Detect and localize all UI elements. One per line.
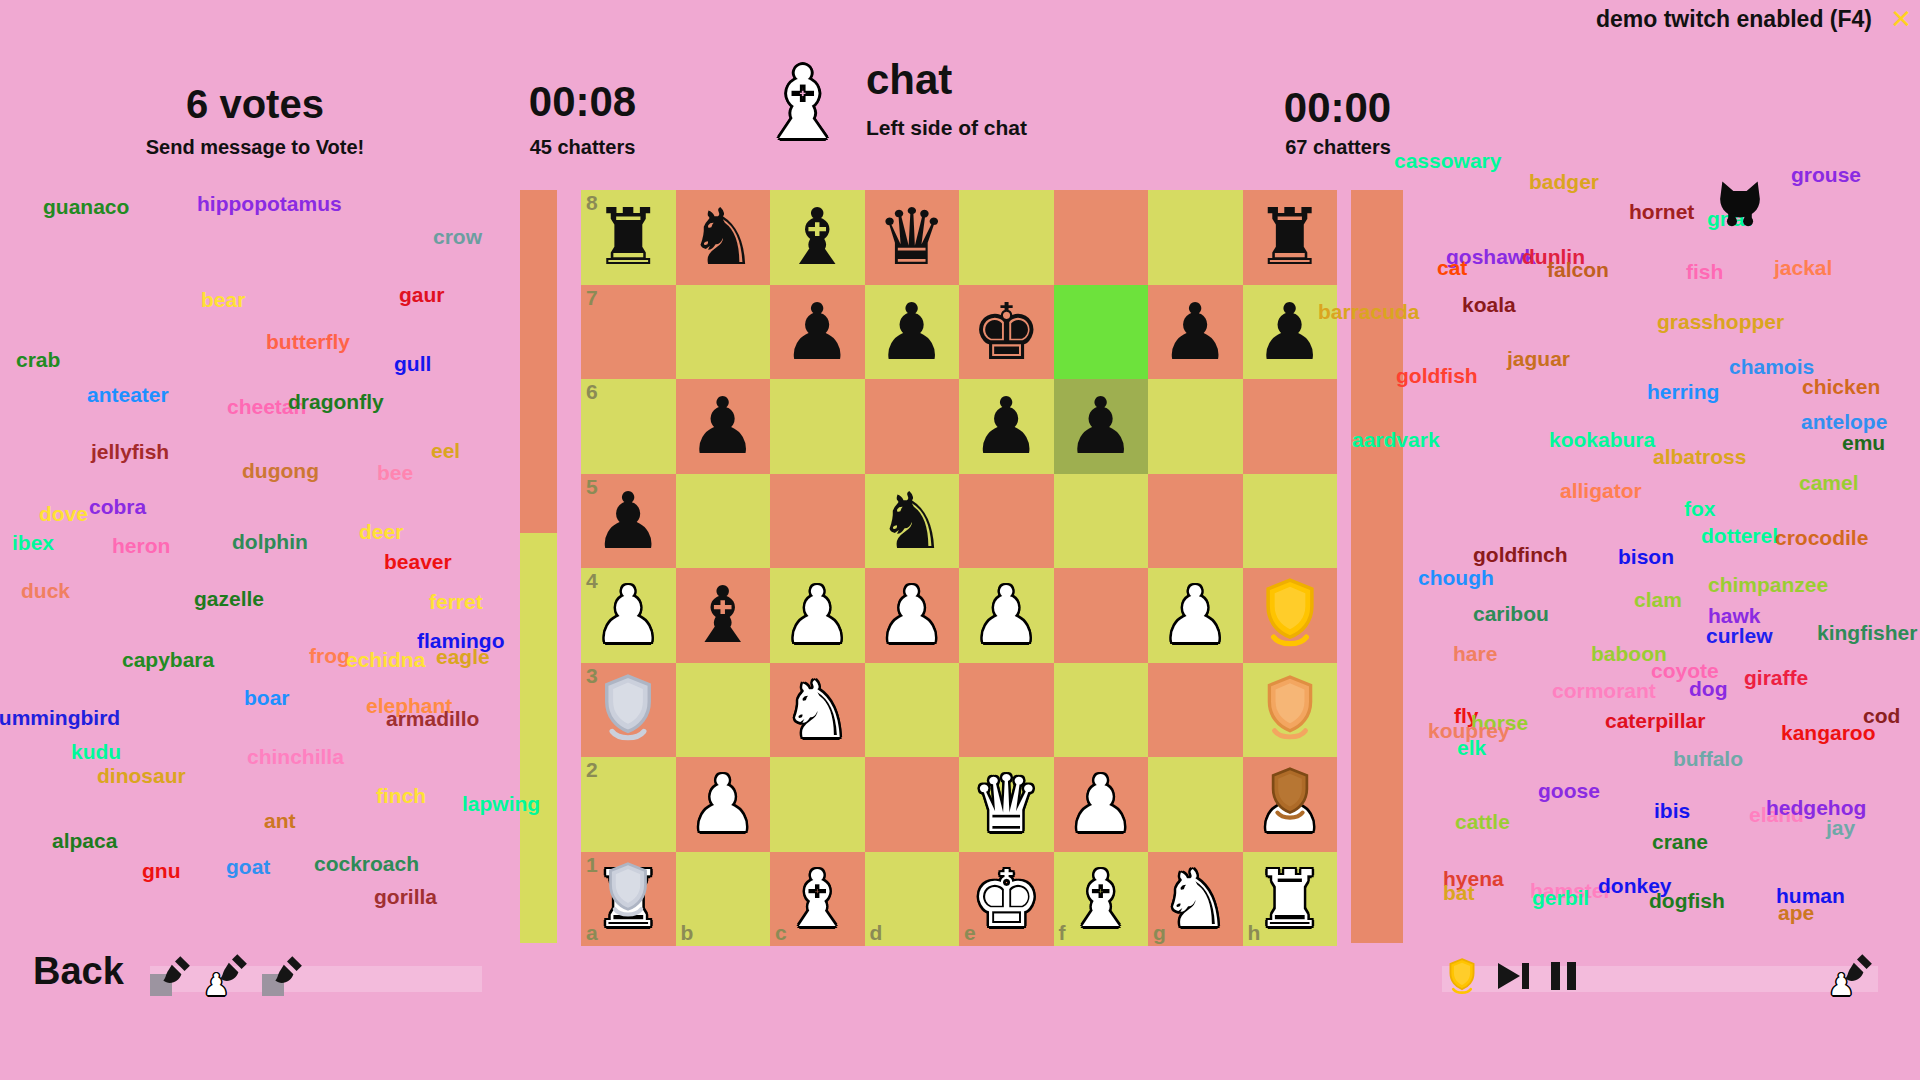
brush-icon xyxy=(1840,952,1874,986)
white-king[interactable]: ♚ xyxy=(959,852,1054,947)
board-theme-brush-button[interactable] xyxy=(150,956,190,996)
black-pawn[interactable]: ♟ xyxy=(676,379,771,474)
chatter-right-jay: jay xyxy=(1826,816,1855,840)
square-a6[interactable]: 6 xyxy=(581,379,676,474)
square-d1[interactable]: d xyxy=(865,852,960,947)
square-g1[interactable]: g♞ xyxy=(1148,852,1243,947)
vote-bar-empty-segment xyxy=(520,533,557,943)
square-h3[interactable] xyxy=(1243,663,1338,758)
chatter-right-caribou: caribou xyxy=(1473,602,1549,626)
square-h5[interactable] xyxy=(1243,474,1338,569)
chatter-left-flamingo: flamingo xyxy=(417,629,505,653)
chatter-right-alligator: alligator xyxy=(1560,479,1642,503)
square-b4[interactable]: ♝ xyxy=(676,568,771,663)
chatter-right-kangaroo: kangaroo xyxy=(1781,721,1876,745)
chatter-right-giraffe: giraffe xyxy=(1744,666,1808,690)
white-pawn[interactable]: ♟ xyxy=(581,568,676,663)
square-a4[interactable]: 4♟ xyxy=(581,568,676,663)
square-e6[interactable]: ♟ xyxy=(959,379,1054,474)
chatter-left-bee: bee xyxy=(377,461,413,485)
chatter-right-bison: bison xyxy=(1618,545,1674,569)
chatter-left-boar: boar xyxy=(244,686,290,710)
chatter-right-chicken: chicken xyxy=(1802,375,1880,399)
chatter-left-gorilla: gorilla xyxy=(374,885,437,909)
white-knight[interactable]: ♞ xyxy=(1148,852,1243,947)
chatter-right-fish: fish xyxy=(1686,260,1723,284)
skip-icon xyxy=(1496,960,1530,992)
chatter-right-elk: elk xyxy=(1457,736,1486,760)
chatter-right-gerbil: gerbil xyxy=(1532,886,1589,910)
skip-move-button[interactable] xyxy=(1496,960,1530,996)
black-bishop[interactable]: ♝ xyxy=(770,190,865,285)
chatter-right-chimpanzee: chimpanzee xyxy=(1708,573,1828,597)
square-a7[interactable]: 7 xyxy=(581,285,676,380)
chat-piece-theme-brush-button[interactable]: ♟ xyxy=(1830,956,1870,996)
square-c6[interactable] xyxy=(770,379,865,474)
square-c8[interactable]: ♝ xyxy=(770,190,865,285)
chatter-right-badger: badger xyxy=(1529,170,1599,194)
chatter-right-emu: emu xyxy=(1842,431,1885,455)
shield-bronze-icon xyxy=(1267,767,1313,821)
file-label-d: d xyxy=(870,921,883,945)
chatter-right-dotterel: dotterel xyxy=(1701,524,1778,548)
white-pawn[interactable]: ♟ xyxy=(676,757,771,852)
black-pawn[interactable]: ♟ xyxy=(1054,379,1149,474)
chatter-left-ant: ant xyxy=(264,809,296,833)
vote-progress-bar-left xyxy=(520,190,557,943)
chatter-right-goldfinch: goldfinch xyxy=(1473,543,1567,567)
white-bishop[interactable]: ♝ xyxy=(1054,852,1149,947)
chatter-left-alpaca: alpaca xyxy=(52,829,117,853)
brush-icon xyxy=(270,954,304,988)
square-e1[interactable]: e♚ xyxy=(959,852,1054,947)
white-clock: 00:08 xyxy=(510,78,655,126)
square-b1[interactable]: b xyxy=(676,852,771,947)
chatter-right-fox: fox xyxy=(1684,497,1716,521)
pause-button[interactable] xyxy=(1549,960,1579,996)
chatter-left-gnu: gnu xyxy=(142,859,180,883)
chatter-left-anteater: anteater xyxy=(87,383,169,407)
square-e4[interactable]: ♟ xyxy=(959,568,1054,663)
square-e2[interactable]: ♛ xyxy=(959,757,1054,852)
square-g7[interactable]: ♟ xyxy=(1148,285,1243,380)
square-d8[interactable]: ♛ xyxy=(865,190,960,285)
shield-gold-icon xyxy=(1446,958,1478,995)
chat-player-subtitle: Left side of chat xyxy=(866,116,1027,140)
square-g6[interactable] xyxy=(1148,379,1243,474)
black-knight[interactable]: ♞ xyxy=(676,190,771,285)
square-c1[interactable]: c♝ xyxy=(770,852,865,947)
white-pawn[interactable]: ♟ xyxy=(959,568,1054,663)
chatter-left-dugong: dugong xyxy=(242,459,319,483)
chatter-right-dogfish: dogfish xyxy=(1649,889,1725,913)
twitch-chess-app: demo twitch enabled (F4) ✕ 6 votes Send … xyxy=(0,0,1920,1080)
chatter-right-albatross: albatross xyxy=(1653,445,1746,469)
black-king[interactable]: ♚ xyxy=(959,285,1054,380)
vote-bar-filled-segment xyxy=(520,190,557,533)
square-e5[interactable] xyxy=(959,474,1054,569)
chatter-right-barracuda: barracuda xyxy=(1318,300,1420,324)
chatter-right-grasshopper: grasshopper xyxy=(1657,310,1784,334)
chatter-left-duck: duck xyxy=(21,579,70,603)
chatter-left-cockroach: cockroach xyxy=(314,852,419,876)
back-button[interactable]: Back xyxy=(33,950,124,993)
white-bishop-icon: ♝ xyxy=(758,48,848,158)
piece-theme-brush-button[interactable]: ♟ xyxy=(205,956,245,996)
black-clock: 00:00 xyxy=(1265,84,1410,132)
pause-icon xyxy=(1549,960,1579,992)
chatter-left-capybara: capybara xyxy=(122,648,214,672)
square-a1[interactable]: 1a♜ xyxy=(581,852,676,947)
chatter-left-crab: crab xyxy=(16,348,60,372)
square-c4[interactable]: ♟ xyxy=(770,568,865,663)
chatter-left-gaur: gaur xyxy=(399,283,445,307)
chatter-left-heron: heron xyxy=(112,534,170,558)
theme-toolbar-left xyxy=(150,966,482,992)
chatter-right-hare: hare xyxy=(1453,642,1497,666)
shield-silver-icon xyxy=(604,862,652,918)
square-c7[interactable]: ♟ xyxy=(770,285,865,380)
square-f3[interactable] xyxy=(1054,663,1149,758)
square-f1[interactable]: f♝ xyxy=(1054,852,1149,947)
chatter-right-kingfisher: kingfisher xyxy=(1817,621,1917,645)
chatter-left-gazelle: gazelle xyxy=(194,587,264,611)
square-a2[interactable]: 2 xyxy=(581,757,676,852)
chatter-left-deer: deer xyxy=(359,520,403,544)
rank-label-6: 6 xyxy=(586,380,598,404)
shield-silver-icon xyxy=(599,674,657,742)
square-h4[interactable] xyxy=(1243,568,1338,663)
chatter-left-hippopotamus: hippopotamus xyxy=(197,192,342,216)
chatter-right-jackal: jackal xyxy=(1774,256,1832,280)
square-f2[interactable]: ♟ xyxy=(1054,757,1149,852)
black-pawn[interactable]: ♟ xyxy=(865,285,960,380)
powerup-toggle-button[interactable] xyxy=(1446,958,1478,999)
close-icon[interactable]: ✕ xyxy=(1890,4,1912,35)
square-e8[interactable] xyxy=(959,190,1054,285)
chatter-left-dragonfly: dragonfly xyxy=(288,390,384,414)
square-c2[interactable] xyxy=(770,757,865,852)
chatter-left-goat: goat xyxy=(226,855,270,879)
chatter-right-hornet: hornet xyxy=(1629,200,1694,224)
black-pawn[interactable]: ♟ xyxy=(581,474,676,569)
chatter-right-ape: ape xyxy=(1778,901,1814,925)
white-chatters-count: 45 chatters xyxy=(500,136,665,159)
black-queen[interactable]: ♛ xyxy=(865,190,960,285)
square-g4[interactable]: ♟ xyxy=(1148,568,1243,663)
chatter-left-cobra: cobra xyxy=(89,495,146,519)
square-f5[interactable] xyxy=(1054,474,1149,569)
white-knight[interactable]: ♞ xyxy=(770,663,865,758)
demo-twitch-label: demo twitch enabled (F4) xyxy=(1596,6,1872,33)
chat-player-title: chat xyxy=(866,56,952,104)
black-pawn[interactable]: ♟ xyxy=(770,285,865,380)
square-h1[interactable]: h♜ xyxy=(1243,852,1338,947)
chatter-left-finch: finch xyxy=(376,784,426,808)
rank-label-7: 7 xyxy=(586,286,598,310)
square-d4[interactable]: ♟ xyxy=(865,568,960,663)
white-rook[interactable]: ♜ xyxy=(1243,852,1338,947)
chatter-left-hummingbird: hummingbird xyxy=(0,706,120,730)
square-h7[interactable]: ♟ xyxy=(1243,285,1338,380)
highlight-theme-brush-button[interactable] xyxy=(262,956,302,996)
rank-label-3: 3 xyxy=(586,664,598,688)
square-g8[interactable] xyxy=(1148,190,1243,285)
chatter-right-herring: herring xyxy=(1647,380,1719,404)
white-pawn[interactable]: ♟ xyxy=(865,568,960,663)
votes-subtitle: Send message to Vote! xyxy=(95,136,415,159)
black-rook[interactable]: ♜ xyxy=(581,190,676,285)
chatter-right-koala: koala xyxy=(1462,293,1516,317)
square-e7[interactable]: ♚ xyxy=(959,285,1054,380)
square-d5[interactable]: ♞ xyxy=(865,474,960,569)
chatter-left-frog: frog xyxy=(309,644,350,668)
chatter-right-dog: dog xyxy=(1689,677,1727,701)
square-a8[interactable]: 8♜ xyxy=(581,190,676,285)
votes-count: 6 votes xyxy=(110,82,400,127)
brush-icon xyxy=(215,952,249,986)
square-e3[interactable] xyxy=(959,663,1054,758)
square-g5[interactable] xyxy=(1148,474,1243,569)
chatter-left-lapwing: lapwing xyxy=(462,792,540,816)
chatter-right-falcon: falcon xyxy=(1547,258,1609,282)
chatter-right-cat: cat xyxy=(1437,256,1467,280)
chatter-left-kudu: kudu xyxy=(71,740,121,764)
black-knight[interactable]: ♞ xyxy=(865,474,960,569)
chatter-right-grouse: grouse xyxy=(1791,163,1861,187)
square-b7[interactable] xyxy=(676,285,771,380)
chatter-right-kookabura: kookabura xyxy=(1549,428,1655,452)
black-rook[interactable]: ♜ xyxy=(1243,190,1338,285)
chatter-left-eel: eel xyxy=(431,439,460,463)
square-d2[interactable] xyxy=(865,757,960,852)
square-g2[interactable] xyxy=(1148,757,1243,852)
square-d3[interactable] xyxy=(865,663,960,758)
square-b8[interactable]: ♞ xyxy=(676,190,771,285)
square-f8[interactable] xyxy=(1054,190,1149,285)
chatter-left-gull: gull xyxy=(394,352,431,376)
square-b6[interactable]: ♟ xyxy=(676,379,771,474)
white-bishop[interactable]: ♝ xyxy=(770,852,865,947)
chatter-right-curlew: curlew xyxy=(1706,624,1773,648)
shield-orange-icon xyxy=(1262,675,1318,741)
white-pawn[interactable]: ♟ xyxy=(1148,568,1243,663)
square-d7[interactable]: ♟ xyxy=(865,285,960,380)
chatter-right-clam: clam xyxy=(1634,588,1682,612)
chatter-left-dinosaur: dinosaur xyxy=(97,764,186,788)
chatter-left-ferret: ferret xyxy=(429,590,483,614)
square-a5[interactable]: 5♟ xyxy=(581,474,676,569)
chatter-left-ibex: ibex xyxy=(12,531,54,555)
chatter-right-caterpillar: caterpillar xyxy=(1605,709,1705,733)
chatter-left-crow: crow xyxy=(433,225,482,249)
square-c5[interactable] xyxy=(770,474,865,569)
square-h8[interactable]: ♜ xyxy=(1243,190,1338,285)
chatter-right-cattle: cattle xyxy=(1455,810,1510,834)
chatter-left-dove: dove xyxy=(39,502,88,526)
white-pawn[interactable]: ♟ xyxy=(1054,757,1149,852)
chatter-right-goose: goose xyxy=(1538,779,1600,803)
chatter-right-goldfish: goldfish xyxy=(1396,364,1478,388)
chatter-left-echidna: echidna xyxy=(346,648,425,672)
square-b2[interactable]: ♟ xyxy=(676,757,771,852)
square-f4[interactable] xyxy=(1054,568,1149,663)
square-a3[interactable]: 3 xyxy=(581,663,676,758)
chatter-right-buffalo: buffalo xyxy=(1673,747,1743,771)
square-f7[interactable] xyxy=(1054,285,1149,380)
square-d6[interactable] xyxy=(865,379,960,474)
square-c3[interactable]: ♞ xyxy=(770,663,865,758)
chatter-right-camel: camel xyxy=(1799,471,1859,495)
black-bishop[interactable]: ♝ xyxy=(676,568,771,663)
chatter-left-guanaco: guanaco xyxy=(43,195,129,219)
square-f6[interactable]: ♟ xyxy=(1054,379,1149,474)
square-h2[interactable]: ♟ xyxy=(1243,757,1338,852)
chatter-right-cassowary: cassowary xyxy=(1394,149,1501,173)
chatter-right-cormorant: cormorant xyxy=(1552,679,1656,703)
chatter-left-beaver: beaver xyxy=(384,550,452,574)
black-pawn[interactable]: ♟ xyxy=(1243,285,1338,380)
white-pawn[interactable]: ♟ xyxy=(770,568,865,663)
square-g3[interactable] xyxy=(1148,663,1243,758)
black-pawn[interactable]: ♟ xyxy=(959,379,1054,474)
chatter-right-ibis: ibis xyxy=(1654,799,1690,823)
chatter-right-crane: crane xyxy=(1652,830,1708,854)
chatter-right-bat: bat xyxy=(1443,881,1475,905)
chatter-right-crocodile: crocodile xyxy=(1775,526,1868,550)
chatter-left-jellyfish: jellyfish xyxy=(91,440,169,464)
brush-icon xyxy=(158,954,192,988)
chess-board[interactable]: 8♜♞♝♛♜7♟♟♚♟♟6♟♟♟5♟♞4♟♝♟♟♟♟ 3 ♞ 2♟♛♟♟ 1a♜… xyxy=(581,190,1337,946)
chatter-right-jaguar: jaguar xyxy=(1507,347,1570,371)
chatter-left-armadillo: armadillo xyxy=(386,707,479,731)
file-label-b: b xyxy=(681,921,694,945)
chatter-right-chough: chough xyxy=(1418,566,1494,590)
square-h6[interactable] xyxy=(1243,379,1338,474)
chatter-left-bear: bear xyxy=(201,288,245,312)
chatter-right-aardvark: aardvark xyxy=(1352,428,1440,452)
chatter-left-chinchilla: chinchilla xyxy=(247,745,344,769)
square-b5[interactable] xyxy=(676,474,771,569)
chatter-left-dolphin: dolphin xyxy=(232,530,308,554)
black-cat-logo-icon xyxy=(1716,180,1764,234)
chatter-left-butterfly: butterfly xyxy=(266,330,350,354)
rank-label-2: 2 xyxy=(586,758,598,782)
shield-gold-icon xyxy=(1260,578,1320,648)
white-queen[interactable]: ♛ xyxy=(959,757,1054,852)
square-b3[interactable] xyxy=(676,663,771,758)
black-pawn[interactable]: ♟ xyxy=(1148,285,1243,380)
